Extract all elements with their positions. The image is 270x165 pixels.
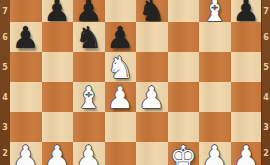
square-f5[interactable] xyxy=(168,52,200,82)
piece-black-pawn-h7[interactable]: ♟ xyxy=(233,0,260,22)
piece-white-pawn-h2[interactable]: ♟ xyxy=(233,142,260,165)
piece-white-pawn-d4[interactable]: ♟ xyxy=(107,83,134,112)
square-g3[interactable] xyxy=(199,112,231,142)
square-e4[interactable]: ♟ xyxy=(136,82,168,112)
square-f7[interactable] xyxy=(168,0,200,22)
piece-black-knight-c6[interactable]: ♞ xyxy=(75,23,102,52)
rank-label-7: 7 xyxy=(0,0,10,22)
square-c3[interactable] xyxy=(73,112,105,142)
square-e5[interactable] xyxy=(136,52,168,82)
square-g5[interactable] xyxy=(199,52,231,82)
square-a7[interactable] xyxy=(10,0,42,22)
square-d5[interactable]: ♞ xyxy=(105,52,137,82)
square-h3[interactable] xyxy=(231,112,263,142)
square-g7[interactable]: ♝ xyxy=(199,0,231,22)
piece-white-bishop-g7[interactable]: ♝ xyxy=(201,0,228,22)
square-c4[interactable]: ♝ xyxy=(73,82,105,112)
rank-label-5: 5 xyxy=(0,52,10,82)
square-c6[interactable]: ♞ xyxy=(73,22,105,52)
piece-white-pawn-g2[interactable]: ♟ xyxy=(201,142,228,165)
rank-label-6: 6 xyxy=(262,22,270,52)
rank-label-7: 7 xyxy=(262,0,270,22)
piece-white-knight-d5[interactable]: ♞ xyxy=(107,53,134,82)
square-c5[interactable] xyxy=(73,52,105,82)
square-b3[interactable] xyxy=(42,112,74,142)
square-b5[interactable] xyxy=(42,52,74,82)
piece-black-pawn-d6[interactable]: ♟ xyxy=(107,23,134,52)
piece-white-bishop-c4[interactable]: ♝ xyxy=(75,83,102,112)
piece-black-pawn-c7[interactable]: ♟ xyxy=(75,0,102,22)
square-c2[interactable]: ♟ xyxy=(73,142,105,165)
chess-board-screenshot: 765432 ♟♟♞♝♟♟♞♟♞♝♟♟♟♟♟♚♟♟ 765432 xyxy=(0,0,270,165)
square-a2[interactable]: ♟ xyxy=(10,142,42,165)
square-d6[interactable]: ♟ xyxy=(105,22,137,52)
square-d7[interactable] xyxy=(105,0,137,22)
piece-white-pawn-c2[interactable]: ♟ xyxy=(75,142,102,165)
rank-label-5: 5 xyxy=(262,52,270,82)
square-b2[interactable]: ♟ xyxy=(42,142,74,165)
square-a4[interactable] xyxy=(10,82,42,112)
square-b7[interactable]: ♟ xyxy=(42,0,74,22)
square-h2[interactable]: ♟ xyxy=(231,142,263,165)
square-e3[interactable] xyxy=(136,112,168,142)
square-f2[interactable]: ♚ xyxy=(168,142,200,165)
square-a3[interactable] xyxy=(10,112,42,142)
square-a6[interactable]: ♟ xyxy=(10,22,42,52)
piece-white-pawn-e4[interactable]: ♟ xyxy=(138,83,165,112)
square-h4[interactable] xyxy=(231,82,263,112)
square-d3[interactable] xyxy=(105,112,137,142)
piece-black-knight-e7[interactable]: ♞ xyxy=(138,0,165,22)
rank-label-4: 4 xyxy=(0,82,10,112)
square-f4[interactable] xyxy=(168,82,200,112)
piece-black-pawn-a6[interactable]: ♟ xyxy=(12,23,39,52)
square-g4[interactable] xyxy=(199,82,231,112)
square-d4[interactable]: ♟ xyxy=(105,82,137,112)
square-e2[interactable] xyxy=(136,142,168,165)
board-right-border: 765432 xyxy=(261,0,270,165)
square-h5[interactable] xyxy=(231,52,263,82)
square-b4[interactable] xyxy=(42,82,74,112)
square-d2[interactable] xyxy=(105,142,137,165)
piece-white-pawn-b2[interactable]: ♟ xyxy=(44,142,71,165)
piece-white-pawn-a2[interactable]: ♟ xyxy=(12,142,39,165)
chess-board: ♟♟♞♝♟♟♞♟♞♝♟♟♟♟♟♚♟♟ xyxy=(10,0,262,165)
square-e7[interactable]: ♞ xyxy=(136,0,168,22)
square-b6[interactable] xyxy=(42,22,74,52)
square-g6[interactable] xyxy=(199,22,231,52)
square-a5[interactable] xyxy=(10,52,42,82)
square-f6[interactable] xyxy=(168,22,200,52)
rank-label-3: 3 xyxy=(262,112,270,142)
rank-label-3: 3 xyxy=(0,112,10,142)
piece-white-king-f2[interactable]: ♚ xyxy=(170,142,197,165)
square-h6[interactable] xyxy=(231,22,263,52)
square-h7[interactable]: ♟ xyxy=(231,0,263,22)
square-g2[interactable]: ♟ xyxy=(199,142,231,165)
rank-label-4: 4 xyxy=(262,82,270,112)
square-c7[interactable]: ♟ xyxy=(73,0,105,22)
rank-label-6: 6 xyxy=(0,22,10,52)
rank-label-2: 2 xyxy=(262,142,270,165)
square-e6[interactable] xyxy=(136,22,168,52)
square-f3[interactable] xyxy=(168,112,200,142)
rank-label-2: 2 xyxy=(0,142,10,165)
piece-black-pawn-b7[interactable]: ♟ xyxy=(44,0,71,22)
